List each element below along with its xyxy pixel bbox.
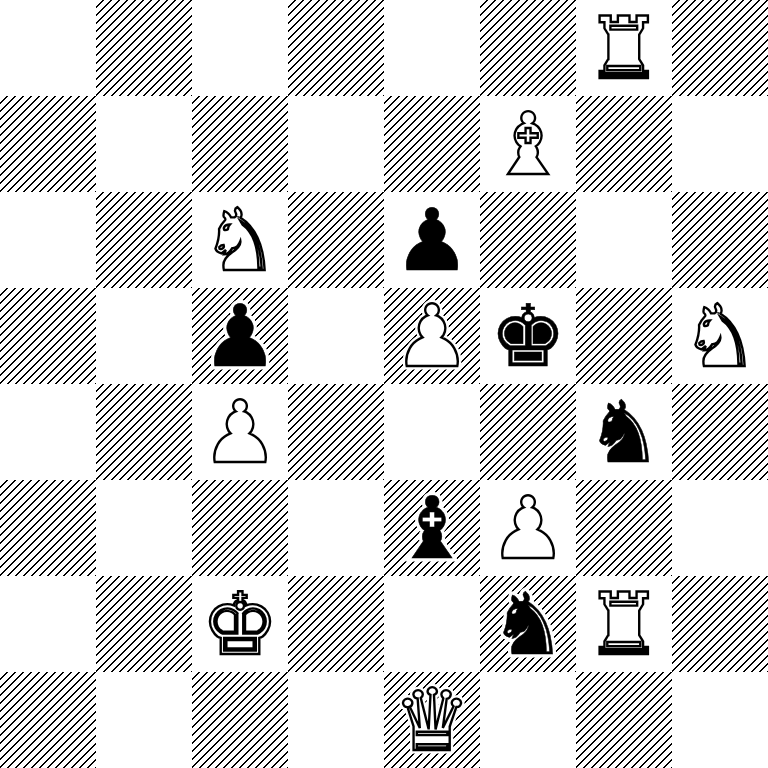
square-f5[interactable]: ♚	[480, 288, 576, 384]
square-d4[interactable]	[288, 384, 384, 480]
square-g5[interactable]	[576, 288, 672, 384]
square-c4[interactable]: ♟	[192, 384, 288, 480]
square-b4[interactable]	[96, 384, 192, 480]
square-e2[interactable]	[384, 576, 480, 672]
square-b2[interactable]	[96, 576, 192, 672]
square-g7[interactable]	[576, 96, 672, 192]
white-knight-icon[interactable]: ♞	[672, 288, 768, 384]
square-a5[interactable]	[0, 288, 96, 384]
square-a6[interactable]	[0, 192, 96, 288]
square-f4[interactable]	[480, 384, 576, 480]
square-g1[interactable]	[576, 672, 672, 768]
black-knight-icon[interactable]: ♞	[480, 576, 576, 672]
square-h1[interactable]	[672, 672, 768, 768]
square-e4[interactable]	[384, 384, 480, 480]
square-e8[interactable]	[384, 0, 480, 96]
square-b5[interactable]	[96, 288, 192, 384]
square-a8[interactable]	[0, 0, 96, 96]
white-bishop-icon[interactable]: ♝	[480, 96, 576, 192]
square-d2[interactable]	[288, 576, 384, 672]
square-e5[interactable]: ♟	[384, 288, 480, 384]
square-h6[interactable]	[672, 192, 768, 288]
square-d3[interactable]	[288, 480, 384, 576]
white-pawn-icon[interactable]: ♟	[192, 384, 288, 480]
square-b7[interactable]	[96, 96, 192, 192]
square-c5[interactable]: ♟	[192, 288, 288, 384]
square-h5[interactable]: ♞	[672, 288, 768, 384]
square-e6[interactable]: ♟	[384, 192, 480, 288]
square-c8[interactable]	[192, 0, 288, 96]
square-d6[interactable]	[288, 192, 384, 288]
square-g6[interactable]	[576, 192, 672, 288]
square-a1[interactable]	[0, 672, 96, 768]
square-h2[interactable]	[672, 576, 768, 672]
square-c3[interactable]	[192, 480, 288, 576]
square-c7[interactable]	[192, 96, 288, 192]
square-b6[interactable]	[96, 192, 192, 288]
square-d7[interactable]	[288, 96, 384, 192]
square-c2[interactable]: ♚	[192, 576, 288, 672]
square-g3[interactable]	[576, 480, 672, 576]
square-f1[interactable]	[480, 672, 576, 768]
chess-board: ♜♝♞♟♟♟♚♞♟♞♝♟♚♞♜♛	[0, 0, 768, 768]
square-e7[interactable]	[384, 96, 480, 192]
white-knight-icon[interactable]: ♞	[192, 192, 288, 288]
square-h4[interactable]	[672, 384, 768, 480]
square-g8[interactable]: ♜	[576, 0, 672, 96]
black-knight-icon[interactable]: ♞	[576, 384, 672, 480]
square-f3[interactable]: ♟	[480, 480, 576, 576]
square-c6[interactable]: ♞	[192, 192, 288, 288]
white-king-icon[interactable]: ♚	[192, 576, 288, 672]
black-king-icon[interactable]: ♚	[480, 288, 576, 384]
square-f7[interactable]: ♝	[480, 96, 576, 192]
square-f8[interactable]	[480, 0, 576, 96]
square-c1[interactable]	[192, 672, 288, 768]
black-pawn-icon[interactable]: ♟	[192, 288, 288, 384]
square-b3[interactable]	[96, 480, 192, 576]
white-pawn-icon[interactable]: ♟	[480, 480, 576, 576]
square-h7[interactable]	[672, 96, 768, 192]
square-f2[interactable]: ♞	[480, 576, 576, 672]
square-b1[interactable]	[96, 672, 192, 768]
square-d1[interactable]	[288, 672, 384, 768]
square-d8[interactable]	[288, 0, 384, 96]
square-a7[interactable]	[0, 96, 96, 192]
square-a2[interactable]	[0, 576, 96, 672]
black-pawn-icon[interactable]: ♟	[384, 192, 480, 288]
square-h8[interactable]	[672, 0, 768, 96]
square-b8[interactable]	[96, 0, 192, 96]
square-a3[interactable]	[0, 480, 96, 576]
square-f6[interactable]	[480, 192, 576, 288]
square-e3[interactable]: ♝	[384, 480, 480, 576]
square-a4[interactable]	[0, 384, 96, 480]
square-e1[interactable]: ♛	[384, 672, 480, 768]
square-g2[interactable]: ♜	[576, 576, 672, 672]
white-rook-icon[interactable]: ♜	[576, 576, 672, 672]
square-h3[interactable]	[672, 480, 768, 576]
white-rook-icon[interactable]: ♜	[576, 0, 672, 96]
white-pawn-icon[interactable]: ♟	[384, 288, 480, 384]
white-queen-icon[interactable]: ♛	[384, 672, 480, 768]
square-d5[interactable]	[288, 288, 384, 384]
black-bishop-icon[interactable]: ♝	[384, 480, 480, 576]
square-g4[interactable]: ♞	[576, 384, 672, 480]
